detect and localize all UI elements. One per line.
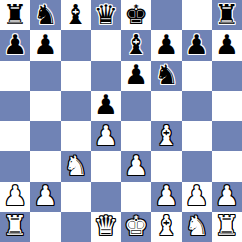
piece-black-pawn: ♟ [124, 61, 148, 88]
square-b6[interactable] [30, 61, 60, 91]
square-d3[interactable] [91, 151, 121, 181]
square-e6[interactable]: ♟ [121, 61, 151, 91]
square-h4[interactable] [212, 121, 242, 151]
piece-black-rook: ♜ [215, 1, 239, 28]
square-c2[interactable] [61, 182, 91, 212]
piece-white-pawn: ♟ [3, 182, 27, 209]
square-c3[interactable]: ♞ [61, 151, 91, 181]
piece-white-pawn: ♟ [33, 182, 57, 209]
square-d7[interactable] [91, 30, 121, 60]
square-d4[interactable]: ♟ [91, 121, 121, 151]
square-h3[interactable] [212, 151, 242, 181]
square-g7[interactable]: ♟ [182, 30, 212, 60]
square-h8[interactable]: ♜ [212, 0, 242, 30]
square-g3[interactable] [182, 151, 212, 181]
square-g2[interactable]: ♟ [182, 182, 212, 212]
piece-white-pawn: ♟ [154, 182, 178, 209]
square-f1[interactable]: ♝ [151, 212, 181, 242]
square-c4[interactable] [61, 121, 91, 151]
piece-black-knight: ♞ [154, 61, 178, 88]
square-b1[interactable] [30, 212, 60, 242]
square-g1[interactable]: ♞ [182, 212, 212, 242]
square-h5[interactable] [212, 91, 242, 121]
square-b5[interactable] [30, 91, 60, 121]
piece-black-queen: ♛ [94, 1, 118, 28]
square-f3[interactable] [151, 151, 181, 181]
square-g5[interactable] [182, 91, 212, 121]
square-g8[interactable] [182, 0, 212, 30]
piece-white-queen: ♛ [94, 212, 118, 239]
square-e5[interactable] [121, 91, 151, 121]
square-c7[interactable] [61, 30, 91, 60]
square-a8[interactable]: ♜ [0, 0, 30, 30]
piece-black-rook: ♜ [3, 1, 27, 28]
piece-black-pawn: ♟ [215, 31, 239, 58]
square-a2[interactable]: ♟ [0, 182, 30, 212]
piece-black-pawn: ♟ [33, 31, 57, 58]
square-f6[interactable]: ♞ [151, 61, 181, 91]
square-h1[interactable]: ♜ [212, 212, 242, 242]
square-e2[interactable] [121, 182, 151, 212]
square-b8[interactable]: ♞ [30, 0, 60, 30]
square-b2[interactable]: ♟ [30, 182, 60, 212]
piece-white-rook: ♜ [3, 212, 27, 239]
square-a7[interactable]: ♟ [0, 30, 30, 60]
square-d1[interactable]: ♛ [91, 212, 121, 242]
square-f2[interactable]: ♟ [151, 182, 181, 212]
piece-black-pawn: ♟ [154, 31, 178, 58]
square-c6[interactable] [61, 61, 91, 91]
square-a4[interactable] [0, 121, 30, 151]
piece-white-bishop: ♝ [154, 212, 178, 239]
piece-white-knight: ♞ [185, 212, 209, 239]
square-c5[interactable] [61, 91, 91, 121]
square-g6[interactable] [182, 61, 212, 91]
piece-white-bishop: ♝ [154, 122, 178, 149]
piece-black-pawn: ♟ [94, 91, 118, 118]
piece-white-knight: ♞ [64, 152, 88, 179]
square-f8[interactable] [151, 0, 181, 30]
piece-white-pawn: ♟ [215, 182, 239, 209]
square-c1[interactable] [61, 212, 91, 242]
square-h7[interactable]: ♟ [212, 30, 242, 60]
square-e4[interactable] [121, 121, 151, 151]
square-e3[interactable]: ♟ [121, 151, 151, 181]
piece-black-knight: ♞ [33, 1, 57, 28]
square-f4[interactable]: ♝ [151, 121, 181, 151]
square-c8[interactable]: ♝ [61, 0, 91, 30]
chess-board: ♜♞♝♛♚♜♟♟♝♟♟♟♟♞♟♟♝♞♟♟♟♟♟♟♜♛♚♝♞♜ [0, 0, 242, 242]
piece-black-bishop: ♝ [64, 1, 88, 28]
square-h6[interactable] [212, 61, 242, 91]
piece-black-bishop: ♝ [124, 31, 148, 58]
square-f7[interactable]: ♟ [151, 30, 181, 60]
square-d6[interactable] [91, 61, 121, 91]
square-a3[interactable] [0, 151, 30, 181]
square-f5[interactable] [151, 91, 181, 121]
square-a1[interactable]: ♜ [0, 212, 30, 242]
piece-black-pawn: ♟ [185, 31, 209, 58]
square-d8[interactable]: ♛ [91, 0, 121, 30]
square-g4[interactable] [182, 121, 212, 151]
square-h2[interactable]: ♟ [212, 182, 242, 212]
square-d2[interactable] [91, 182, 121, 212]
piece-white-king: ♚ [124, 212, 148, 239]
piece-white-rook: ♜ [215, 212, 239, 239]
piece-black-pawn: ♟ [3, 31, 27, 58]
piece-white-pawn: ♟ [185, 182, 209, 209]
square-a6[interactable] [0, 61, 30, 91]
square-b3[interactable] [30, 151, 60, 181]
square-b7[interactable]: ♟ [30, 30, 60, 60]
square-e1[interactable]: ♚ [121, 212, 151, 242]
square-a5[interactable] [0, 91, 30, 121]
piece-black-king: ♚ [124, 1, 148, 28]
piece-white-pawn: ♟ [124, 152, 148, 179]
square-e7[interactable]: ♝ [121, 30, 151, 60]
piece-white-pawn: ♟ [94, 122, 118, 149]
square-b4[interactable] [30, 121, 60, 151]
square-e8[interactable]: ♚ [121, 0, 151, 30]
square-d5[interactable]: ♟ [91, 91, 121, 121]
